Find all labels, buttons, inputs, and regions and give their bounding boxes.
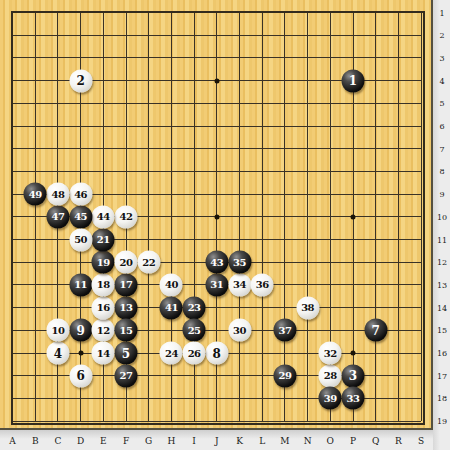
stone-white-48[interactable]: 48 [46,183,69,206]
row-label: 15 [437,326,447,335]
stone-black-49[interactable]: 49 [24,183,47,206]
stone-white-30[interactable]: 30 [228,319,251,342]
move-number: 21 [97,235,110,245]
stone-black-47[interactable]: 47 [46,205,69,228]
stone-black-1[interactable]: 1 [342,69,365,92]
column-label: O [327,436,334,446]
move-number: 38 [301,303,314,313]
row-label: 9 [439,190,444,199]
stone-black-5[interactable]: 5 [115,342,138,365]
row-label: 7 [439,144,444,153]
stone-black-27[interactable]: 27 [115,364,138,387]
stone-black-31[interactable]: 31 [205,273,228,296]
move-number: 45 [74,212,87,222]
stone-black-29[interactable]: 29 [273,364,296,387]
stone-black-19[interactable]: 19 [92,251,115,274]
move-number: 35 [233,257,246,267]
move-number: 3 [349,370,357,382]
row-label: 5 [439,99,444,108]
row-label: 10 [437,212,447,221]
move-number: 29 [278,371,291,381]
move-number: 14 [97,348,110,358]
row-label: 13 [437,280,447,289]
column-label: F [123,436,129,446]
move-number: 16 [97,303,110,313]
move-number: 25 [188,325,201,335]
column-label: M [280,436,289,446]
column-coordinate-strip: ABCDEFGHIJKLMNOPQRS [0,430,433,450]
move-number: 24 [165,348,178,358]
column-label: A [9,436,16,446]
hoshi-point [351,351,356,356]
stone-white-40[interactable]: 40 [160,273,183,296]
move-number: 49 [29,189,42,199]
stone-black-37[interactable]: 37 [273,319,296,342]
row-label: 11 [437,235,447,244]
stone-white-26[interactable]: 26 [183,342,206,365]
stone-white-10[interactable]: 10 [46,319,69,342]
move-number: 20 [120,257,133,267]
stone-white-36[interactable]: 36 [251,273,274,296]
column-label: P [350,436,356,446]
stone-black-11[interactable]: 11 [69,273,92,296]
move-number: 23 [188,303,201,313]
hoshi-point [214,78,219,83]
column-label: L [259,436,265,446]
stone-black-17[interactable]: 17 [115,273,138,296]
stone-white-32[interactable]: 32 [319,342,342,365]
hoshi-point [351,214,356,219]
go-diagram: 1234567891011121314151617181920212223242… [0,0,450,450]
row-label: 19 [437,417,447,426]
move-number: 48 [51,189,64,199]
column-label: D [77,436,84,446]
column-label: S [418,436,424,446]
row-label: 3 [439,53,444,62]
stone-black-15[interactable]: 15 [115,319,138,342]
column-label: B [32,436,39,446]
move-number: 30 [233,325,246,335]
row-coordinate-strip: 12345678910111213141516171819 [433,0,450,450]
move-number: 17 [120,280,133,290]
move-number: 32 [324,348,337,358]
hoshi-point [78,351,83,356]
move-number: 43 [210,257,223,267]
row-label: 12 [437,258,447,267]
stone-white-14[interactable]: 14 [92,342,115,365]
move-number: 2 [76,75,84,87]
stone-white-24[interactable]: 24 [160,342,183,365]
stone-white-8[interactable]: 8 [205,342,228,365]
move-number: 28 [324,371,337,381]
stone-white-38[interactable]: 38 [296,296,319,319]
stone-black-21[interactable]: 21 [92,228,115,251]
column-label: I [192,436,196,446]
stone-white-46[interactable]: 46 [69,183,92,206]
stone-white-50[interactable]: 50 [69,228,92,251]
move-number: 10 [51,325,64,335]
move-number: 33 [347,393,360,403]
stone-black-35[interactable]: 35 [228,251,251,274]
stone-black-23[interactable]: 23 [183,296,206,319]
move-number: 1 [349,75,357,87]
move-number: 39 [324,393,337,403]
stone-white-20[interactable]: 20 [115,251,138,274]
stone-white-4[interactable]: 4 [46,342,69,365]
stone-black-45[interactable]: 45 [69,205,92,228]
column-label: K [236,436,243,446]
move-number: 12 [97,325,110,335]
row-label: 1 [439,8,444,17]
stone-white-34[interactable]: 34 [228,273,251,296]
move-number: 4 [54,347,62,359]
column-label: E [100,436,107,446]
move-number: 31 [210,280,223,290]
row-label: 14 [437,303,447,312]
move-number: 46 [74,189,87,199]
move-number: 50 [74,235,87,245]
stone-white-18[interactable]: 18 [92,273,115,296]
column-label: G [145,436,152,446]
move-number: 6 [76,370,84,382]
move-number: 5 [122,347,130,359]
stone-black-25[interactable]: 25 [183,319,206,342]
column-label: R [395,436,402,446]
move-number: 26 [188,348,201,358]
move-number: 22 [142,257,155,267]
move-number: 7 [372,324,380,336]
move-number: 15 [120,325,133,335]
move-number: 34 [233,280,246,290]
row-label: 4 [439,76,444,85]
stone-black-9[interactable]: 9 [69,319,92,342]
column-label: Q [372,436,379,446]
move-number: 40 [165,280,178,290]
move-number: 27 [120,371,133,381]
stone-white-22[interactable]: 22 [137,251,160,274]
move-number: 13 [120,303,133,313]
move-number: 44 [97,212,110,222]
stone-black-13[interactable]: 13 [115,296,138,319]
column-label: N [304,436,312,446]
stone-white-42[interactable]: 42 [115,205,138,228]
column-label: H [167,436,175,446]
column-label: C [54,436,61,446]
stone-black-39[interactable]: 39 [319,387,342,410]
move-number: 42 [120,212,133,222]
row-label: 2 [439,31,444,40]
move-number: 36 [256,280,269,290]
move-number: 47 [51,212,64,222]
stone-white-16[interactable]: 16 [92,296,115,319]
row-label: 16 [437,349,447,358]
stone-black-7[interactable]: 7 [364,319,387,342]
stone-white-6[interactable]: 6 [69,364,92,387]
move-number: 19 [97,257,110,267]
move-number: 8 [213,347,221,359]
stone-white-2[interactable]: 2 [69,69,92,92]
stone-black-33[interactable]: 33 [342,387,365,410]
stone-white-12[interactable]: 12 [92,319,115,342]
row-label: 6 [439,122,444,131]
row-label: 18 [437,394,447,403]
move-number: 9 [76,324,84,336]
column-label: J [215,436,219,446]
stone-white-28[interactable]: 28 [319,364,342,387]
move-number: 18 [97,280,110,290]
row-label: 8 [439,167,444,176]
stone-black-41[interactable]: 41 [160,296,183,319]
row-label: 17 [437,371,447,380]
stone-white-44[interactable]: 44 [92,205,115,228]
stone-black-43[interactable]: 43 [205,251,228,274]
move-number: 37 [278,325,291,335]
move-number: 41 [165,303,178,313]
move-number: 11 [74,280,87,290]
stone-black-3[interactable]: 3 [342,364,365,387]
hoshi-point [214,214,219,219]
go-board[interactable]: 1234567891011121314151617181920212223242… [0,0,433,430]
